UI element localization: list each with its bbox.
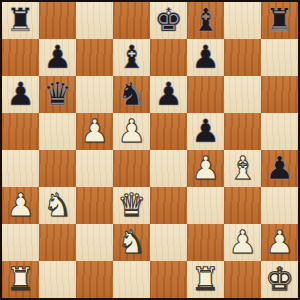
- square-a7[interactable]: [2, 39, 39, 76]
- piece-black-pawn[interactable]: ♟: [265, 150, 294, 187]
- square-d3[interactable]: ♛: [113, 187, 150, 224]
- square-c4[interactable]: [76, 150, 113, 187]
- square-e5[interactable]: [150, 113, 187, 150]
- square-h2[interactable]: ♟: [261, 224, 298, 261]
- piece-black-rook[interactable]: ♜: [265, 2, 294, 39]
- square-g3[interactable]: [224, 187, 261, 224]
- square-b1[interactable]: [39, 261, 76, 298]
- square-g1[interactable]: [224, 261, 261, 298]
- square-h1[interactable]: ♚: [261, 261, 298, 298]
- square-a5[interactable]: [2, 113, 39, 150]
- square-b6[interactable]: ♛: [39, 76, 76, 113]
- square-c5[interactable]: ♟: [76, 113, 113, 150]
- square-d6[interactable]: ♞: [113, 76, 150, 113]
- square-h3[interactable]: [261, 187, 298, 224]
- square-e2[interactable]: [150, 224, 187, 261]
- square-g5[interactable]: [224, 113, 261, 150]
- piece-white-rook[interactable]: ♜: [191, 261, 220, 298]
- square-e1[interactable]: [150, 261, 187, 298]
- piece-white-knight[interactable]: ♞: [43, 187, 72, 224]
- square-b5[interactable]: [39, 113, 76, 150]
- square-a8[interactable]: ♜: [2, 2, 39, 39]
- square-b2[interactable]: [39, 224, 76, 261]
- piece-black-rook[interactable]: ♜: [6, 2, 35, 39]
- square-f5[interactable]: ♟: [187, 113, 224, 150]
- piece-black-pawn[interactable]: ♟: [191, 39, 220, 76]
- square-c2[interactable]: [76, 224, 113, 261]
- piece-white-pawn[interactable]: ♟: [6, 187, 35, 224]
- piece-white-pawn[interactable]: ♟: [80, 113, 109, 150]
- square-a2[interactable]: [2, 224, 39, 261]
- piece-white-pawn[interactable]: ♟: [191, 150, 220, 187]
- piece-white-pawn[interactable]: ♟: [228, 224, 257, 261]
- chess-board: ♜♚♝♜♟♝♟♟♛♞♟♟♟♟♟♝♟♟♞♛♞♟♟♜♜♚: [0, 0, 300, 300]
- square-d1[interactable]: [113, 261, 150, 298]
- square-d8[interactable]: [113, 2, 150, 39]
- square-f3[interactable]: [187, 187, 224, 224]
- piece-white-rook[interactable]: ♜: [6, 261, 35, 298]
- square-a4[interactable]: [2, 150, 39, 187]
- piece-white-king[interactable]: ♚: [265, 261, 294, 298]
- piece-black-bishop[interactable]: ♝: [117, 39, 146, 76]
- square-h6[interactable]: [261, 76, 298, 113]
- piece-white-bishop[interactable]: ♝: [228, 150, 257, 187]
- piece-black-pawn[interactable]: ♟: [43, 39, 72, 76]
- square-c3[interactable]: [76, 187, 113, 224]
- square-c7[interactable]: [76, 39, 113, 76]
- square-h7[interactable]: [261, 39, 298, 76]
- square-g2[interactable]: ♟: [224, 224, 261, 261]
- square-b7[interactable]: ♟: [39, 39, 76, 76]
- square-e4[interactable]: [150, 150, 187, 187]
- square-d4[interactable]: [113, 150, 150, 187]
- piece-black-queen[interactable]: ♛: [43, 76, 72, 113]
- square-e3[interactable]: [150, 187, 187, 224]
- square-f8[interactable]: ♝: [187, 2, 224, 39]
- square-f6[interactable]: [187, 76, 224, 113]
- square-f4[interactable]: ♟: [187, 150, 224, 187]
- square-d2[interactable]: ♞: [113, 224, 150, 261]
- square-e6[interactable]: ♟: [150, 76, 187, 113]
- square-h5[interactable]: [261, 113, 298, 150]
- square-d7[interactable]: ♝: [113, 39, 150, 76]
- square-f2[interactable]: [187, 224, 224, 261]
- piece-black-pawn[interactable]: ♟: [191, 113, 220, 150]
- square-f7[interactable]: ♟: [187, 39, 224, 76]
- piece-white-knight[interactable]: ♞: [117, 224, 146, 261]
- piece-white-pawn[interactable]: ♟: [117, 113, 146, 150]
- square-c8[interactable]: [76, 2, 113, 39]
- square-g7[interactable]: [224, 39, 261, 76]
- square-e7[interactable]: [150, 39, 187, 76]
- piece-black-bishop[interactable]: ♝: [191, 2, 220, 39]
- piece-white-pawn[interactable]: ♟: [265, 224, 294, 261]
- piece-white-queen[interactable]: ♛: [117, 187, 146, 224]
- square-a3[interactable]: ♟: [2, 187, 39, 224]
- square-h4[interactable]: ♟: [261, 150, 298, 187]
- square-b3[interactable]: ♞: [39, 187, 76, 224]
- square-b4[interactable]: [39, 150, 76, 187]
- square-a1[interactable]: ♜: [2, 261, 39, 298]
- square-c6[interactable]: [76, 76, 113, 113]
- piece-black-king[interactable]: ♚: [154, 2, 183, 39]
- square-c1[interactable]: [76, 261, 113, 298]
- square-g8[interactable]: [224, 2, 261, 39]
- square-g6[interactable]: [224, 76, 261, 113]
- square-h8[interactable]: ♜: [261, 2, 298, 39]
- piece-black-pawn[interactable]: ♟: [154, 76, 183, 113]
- square-d5[interactable]: ♟: [113, 113, 150, 150]
- square-g4[interactable]: ♝: [224, 150, 261, 187]
- square-f1[interactable]: ♜: [187, 261, 224, 298]
- square-b8[interactable]: [39, 2, 76, 39]
- square-e8[interactable]: ♚: [150, 2, 187, 39]
- square-a6[interactable]: ♟: [2, 76, 39, 113]
- piece-black-knight[interactable]: ♞: [117, 76, 146, 113]
- piece-black-pawn[interactable]: ♟: [6, 76, 35, 113]
